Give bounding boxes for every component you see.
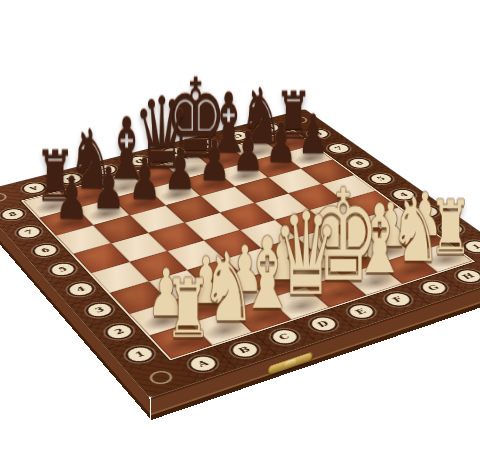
file-label-bottom-h: H [450, 267, 480, 286]
file-label-bottom-e: E [342, 302, 380, 322]
file-label-bottom-g: G [415, 278, 453, 297]
file-label-bottom-f: F [379, 290, 417, 310]
rank-label-left-4: 4 [63, 279, 99, 298]
rank-label-left-6: 6 [28, 241, 62, 259]
brass-latch [268, 351, 313, 375]
rank-label-left-1: 1 [120, 343, 158, 365]
file-label-bottom-c: C [265, 326, 304, 348]
file-label-bottom-a: A [183, 352, 222, 375]
rank-label-left-5: 5 [45, 260, 80, 279]
piece-white-rook[interactable]: ♜ [164, 270, 211, 347]
file-label-bottom-d: D [304, 314, 342, 335]
photo-background: ABCDEFGH ABCDEFGH 87654321 87654321 ♜♞♝♛… [0, 0, 480, 466]
file-label-bottom-b: B [225, 339, 264, 361]
rank-label-left-2: 2 [100, 321, 137, 342]
rank-label-left-3: 3 [81, 300, 117, 320]
chess-board: ABCDEFGH ABCDEFGH 87654321 87654321 ♜♞♝♛… [0, 109, 480, 397]
rank-label-left-7: 7 [12, 223, 45, 240]
rank-label-left-8: 8 [0, 206, 29, 222]
